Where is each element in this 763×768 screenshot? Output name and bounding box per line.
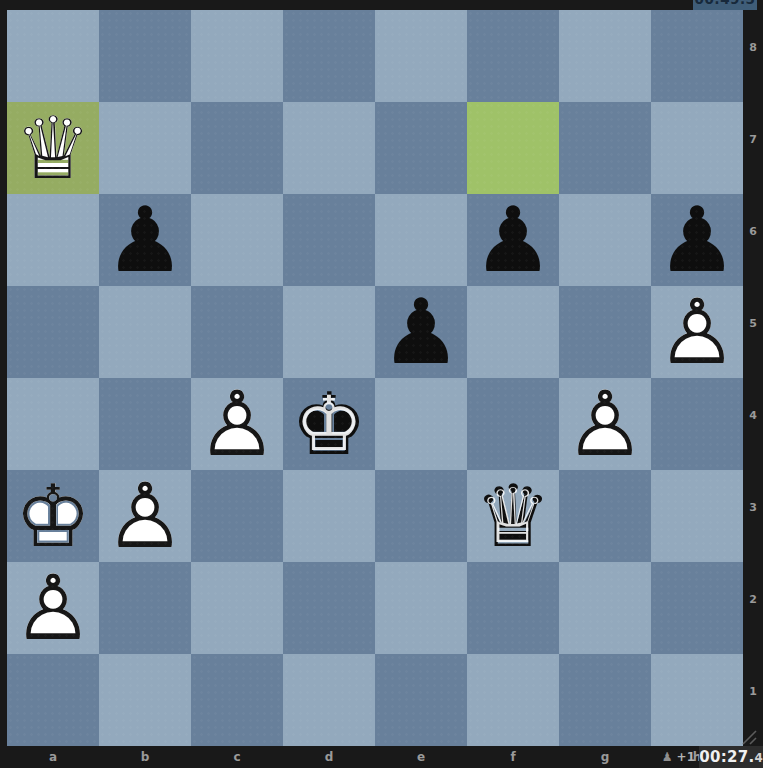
square-h8[interactable]: [651, 10, 743, 102]
square-a1[interactable]: [7, 654, 99, 746]
player-clock-time: 00:27.: [699, 748, 754, 766]
piece-black-pawn[interactable]: ♟: [99, 194, 191, 286]
rank-label-8: 8: [743, 1, 763, 93]
square-g6[interactable]: [559, 194, 651, 286]
piece-white-pawn[interactable]: ♟♙: [559, 378, 651, 470]
square-a7[interactable]: ♛♕: [7, 102, 99, 194]
square-h6[interactable]: ♟: [651, 194, 743, 286]
square-a3[interactable]: ♚♔: [7, 470, 99, 562]
file-label-a: a: [7, 746, 99, 768]
square-b8[interactable]: [99, 10, 191, 102]
square-f2[interactable]: [467, 562, 559, 654]
square-c5[interactable]: [191, 286, 283, 378]
square-g2[interactable]: [559, 562, 651, 654]
square-f8[interactable]: [467, 10, 559, 102]
piece-white-pawn[interactable]: ♟♙: [191, 378, 283, 470]
square-g4[interactable]: ♟♙: [559, 378, 651, 470]
square-a8[interactable]: [7, 10, 99, 102]
rank-label-1: 1: [743, 645, 763, 737]
square-h1[interactable]: [651, 654, 743, 746]
piece-black-pawn[interactable]: ♟: [651, 194, 743, 286]
square-e5[interactable]: ♟: [375, 286, 467, 378]
square-h5[interactable]: ♟♙: [651, 286, 743, 378]
pawn-icon: ♟: [662, 751, 673, 763]
material-value: +1: [677, 750, 695, 764]
file-label-f: f: [467, 746, 559, 768]
file-label-d: d: [283, 746, 375, 768]
resize-handle-icon[interactable]: [739, 727, 757, 745]
file-label-g: g: [559, 746, 651, 768]
piece-white-pawn[interactable]: ♟♙: [651, 286, 743, 378]
rank-label-6: 6: [743, 185, 763, 277]
file-label-e: e: [375, 746, 467, 768]
rank-label-2: 2: [743, 553, 763, 645]
square-g7[interactable]: [559, 102, 651, 194]
piece-black-queen[interactable]: ♛♕: [467, 470, 559, 562]
square-a5[interactable]: [7, 286, 99, 378]
rank-label-4: 4: [743, 369, 763, 461]
square-d7[interactable]: [283, 102, 375, 194]
square-a2[interactable]: ♟♙: [7, 562, 99, 654]
square-g8[interactable]: [559, 10, 651, 102]
square-h7[interactable]: [651, 102, 743, 194]
piece-black-king[interactable]: ♚♔: [283, 378, 375, 470]
square-c4[interactable]: ♟♙: [191, 378, 283, 470]
file-label-b: b: [99, 746, 191, 768]
square-d8[interactable]: [283, 10, 375, 102]
square-h4[interactable]: [651, 378, 743, 470]
square-g3[interactable]: [559, 470, 651, 562]
material-advantage: ♟ +1: [662, 746, 695, 768]
player-clock: 00:27. 4: [699, 746, 763, 768]
rank-label-3: 3: [743, 461, 763, 553]
square-h2[interactable]: [651, 562, 743, 654]
square-f6[interactable]: ♟: [467, 194, 559, 286]
square-b5[interactable]: [99, 286, 191, 378]
square-h3[interactable]: [651, 470, 743, 562]
square-e1[interactable]: [375, 654, 467, 746]
square-a6[interactable]: [7, 194, 99, 286]
file-coordinates: abcdefgh: [7, 746, 743, 768]
piece-white-king[interactable]: ♚♔: [7, 470, 99, 562]
file-label-c: c: [191, 746, 283, 768]
square-d2[interactable]: [283, 562, 375, 654]
piece-white-pawn[interactable]: ♟♙: [7, 562, 99, 654]
piece-white-queen[interactable]: ♛♕: [7, 102, 99, 194]
square-e4[interactable]: [375, 378, 467, 470]
square-g5[interactable]: [559, 286, 651, 378]
square-b7[interactable]: [99, 102, 191, 194]
square-c3[interactable]: [191, 470, 283, 562]
square-c7[interactable]: [191, 102, 283, 194]
square-d1[interactable]: [283, 654, 375, 746]
piece-white-pawn[interactable]: ♟♙: [99, 470, 191, 562]
rank-coordinates: 87654321: [743, 10, 763, 746]
square-b6[interactable]: ♟: [99, 194, 191, 286]
square-f7[interactable]: [467, 102, 559, 194]
square-e6[interactable]: [375, 194, 467, 286]
square-d4[interactable]: ♚♔: [283, 378, 375, 470]
square-c6[interactable]: [191, 194, 283, 286]
square-e7[interactable]: [375, 102, 467, 194]
chess-board: ♛♕♟♟♟♟♟♙♟♙♚♔♟♙♚♔♟♙♛♕♟♙: [7, 10, 743, 746]
square-c1[interactable]: [191, 654, 283, 746]
square-b4[interactable]: [99, 378, 191, 470]
square-b1[interactable]: [99, 654, 191, 746]
square-f3[interactable]: ♛♕: [467, 470, 559, 562]
piece-black-pawn[interactable]: ♟: [467, 194, 559, 286]
rank-label-5: 5: [743, 277, 763, 369]
piece-black-pawn[interactable]: ♟: [375, 286, 467, 378]
square-e8[interactable]: [375, 10, 467, 102]
square-b2[interactable]: [99, 562, 191, 654]
square-d3[interactable]: [283, 470, 375, 562]
square-e2[interactable]: [375, 562, 467, 654]
square-f1[interactable]: [467, 654, 559, 746]
rank-label-7: 7: [743, 93, 763, 185]
square-b3[interactable]: ♟♙: [99, 470, 191, 562]
square-e3[interactable]: [375, 470, 467, 562]
square-f4[interactable]: [467, 378, 559, 470]
square-a4[interactable]: [7, 378, 99, 470]
square-f5[interactable]: [467, 286, 559, 378]
square-c2[interactable]: [191, 562, 283, 654]
player-clock-tenths: 4: [754, 751, 762, 765]
square-c8[interactable]: [191, 10, 283, 102]
square-d5[interactable]: [283, 286, 375, 378]
square-g1[interactable]: [559, 654, 651, 746]
chess-game-panel: 00:49.5 ♛♕♟♟♟♟♟♙♟♙♚♔♟♙♚♔♟♙♛♕♟♙ 87654321 …: [0, 0, 763, 768]
square-d6[interactable]: [283, 194, 375, 286]
